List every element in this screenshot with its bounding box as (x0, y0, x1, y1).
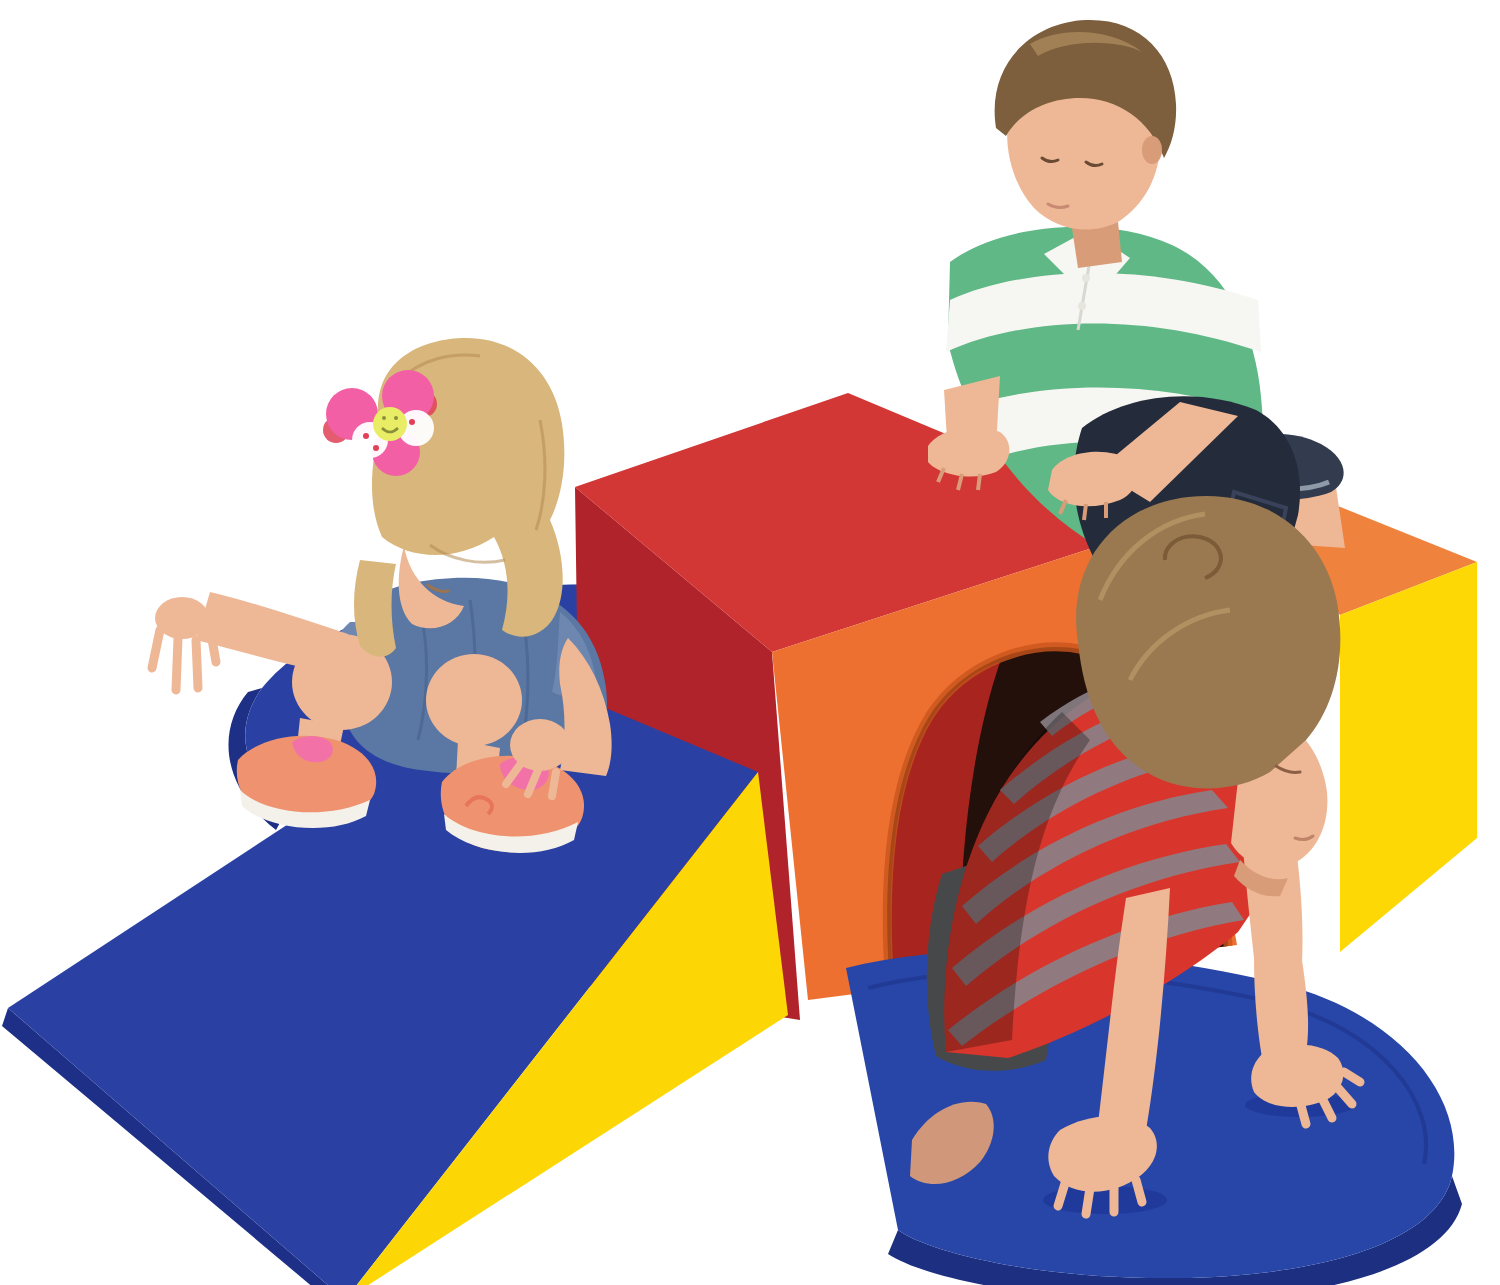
scene-illustration: Three toddlers play on a colorful soft-f… (0, 0, 1500, 1285)
boy1-button-2 (1078, 302, 1086, 310)
bow-center-button (373, 407, 407, 441)
product-photo: Three toddlers play on a colorful soft-f… (0, 0, 1500, 1285)
boy2-right-hand (1251, 1045, 1343, 1107)
boy1-ear (1142, 136, 1162, 164)
bow-dot (409, 419, 415, 425)
bow-dot (373, 445, 379, 451)
girl-side-lock (354, 560, 396, 657)
bow-eye (394, 416, 398, 420)
bow-eye (382, 416, 386, 420)
girl-right-knee (426, 654, 522, 746)
bow-dot (363, 433, 369, 439)
boy1-button-1 (1082, 274, 1090, 282)
boy2-right-forearm (1254, 956, 1308, 1058)
